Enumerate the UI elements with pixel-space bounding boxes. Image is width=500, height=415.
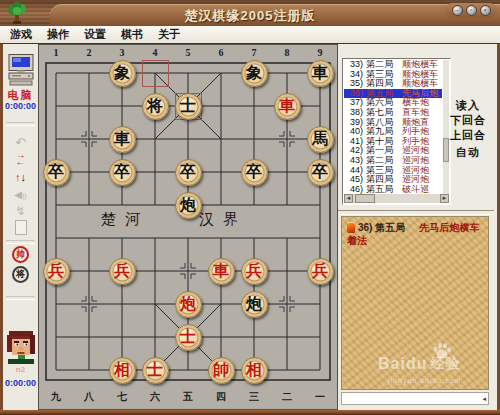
player-avatar: [3, 330, 38, 368]
piece-red-相[interactable]: 相: [241, 357, 268, 384]
note-bar-marker-icon: ◂: [482, 395, 486, 403]
piece-red-兵[interactable]: 兵: [109, 258, 136, 285]
list-item[interactable]: 38)第七局直车炮: [344, 108, 442, 118]
piece-red-兵[interactable]: 兵: [43, 258, 70, 285]
list-item[interactable]: 36)第五局先马后炮: [344, 89, 442, 99]
computer-timer: 0:00:00: [3, 101, 38, 111]
piece-black-卒[interactable]: 卒: [43, 159, 70, 186]
auto-play-button[interactable]: 自动: [456, 145, 480, 160]
piece-black-象[interactable]: 象: [109, 60, 136, 87]
red-king-badge: 帅: [3, 246, 38, 263]
bookmark-icon: [347, 222, 355, 233]
list-item[interactable]: 35)第四局顺炮横车: [344, 79, 442, 89]
piece-black-車[interactable]: 車: [307, 60, 334, 87]
close-button[interactable]: ×: [480, 5, 491, 16]
panel-divider: [338, 210, 494, 215]
piece-black-炮[interactable]: 炮: [241, 291, 268, 318]
scroll-right-arrow-icon[interactable]: ►: [440, 194, 449, 203]
piece-black-将[interactable]: 将: [142, 93, 169, 120]
piece-red-相[interactable]: 相: [109, 357, 136, 384]
game-library-list[interactable]: 33)第二局顺炮横车34)第三局顺炮横车35)第四局顺炮横车36)第五局先马后炮…: [342, 58, 451, 205]
minimize-button[interactable]: –: [452, 5, 463, 16]
piece-red-士[interactable]: 士: [142, 357, 169, 384]
piece-black-卒[interactable]: 卒: [307, 159, 334, 186]
file-labels-bottom: 九八七六五四三二一: [40, 390, 337, 404]
menu-bar: 游戏操作设置棋书关于: [0, 26, 500, 44]
piece-black-車[interactable]: 車: [109, 126, 136, 153]
maximize-button[interactable]: ▫: [466, 5, 477, 16]
swap-icon[interactable]: →←: [3, 151, 38, 167]
xiangqi-board: 123456789 九八七六五四三二一 楚河 汉界 象象車将士車車馬卒卒卒卒卒炮…: [38, 44, 338, 410]
vertical-scrollbar-thumb[interactable]: [443, 138, 449, 162]
piece-red-車[interactable]: 車: [274, 93, 301, 120]
window-controls: –▫×: [445, 3, 497, 18]
list-item[interactable]: 37)第六局横车炮: [344, 98, 442, 108]
sort-icon[interactable]: ↑↓: [3, 168, 38, 184]
vertical-scrollbar[interactable]: [443, 60, 449, 194]
undo-icon[interactable]: ↶: [3, 134, 38, 150]
note-input[interactable]: ◂: [341, 392, 489, 405]
app-window: 楚汉棋缘2005注册版 –▫× 游戏操作设置棋书关于 电脑 0:00:00 ↶→…: [0, 0, 500, 415]
list-item[interactable]: 41)第十局列手炮: [344, 137, 442, 147]
piece-black-炮[interactable]: 炮: [175, 192, 202, 219]
horizontal-scrollbar[interactable]: ◄ ►: [344, 194, 449, 203]
piece-red-車[interactable]: 車: [208, 258, 235, 285]
next-round-button[interactable]: 下回合: [450, 113, 486, 128]
menu-item-操作[interactable]: 操作: [47, 27, 69, 42]
last-move-from-marker: [139, 57, 172, 90]
document-icon[interactable]: [3, 219, 38, 235]
divider: [6, 122, 35, 126]
list-item[interactable]: 40)第九局列手炮: [344, 127, 442, 137]
list-item[interactable]: 33)第二局顺炮横车: [344, 60, 442, 70]
divider: [6, 240, 35, 244]
window-title: 楚汉棋缘2005注册版: [0, 7, 500, 25]
sidebar: 电脑 0:00:00 ↶→←↑↓◀))↯ 帅 将: [0, 44, 38, 410]
list-item[interactable]: 46)第五局破斗巡: [344, 185, 442, 195]
list-item[interactable]: 39)第八局顺炮直: [344, 118, 442, 128]
watermark-url: jingyan.baidu.com: [388, 377, 461, 384]
menu-item-设置[interactable]: 设置: [84, 27, 106, 42]
window-bottom-frame: [0, 410, 500, 415]
piece-black-士[interactable]: 士: [175, 93, 202, 120]
speaker-icon[interactable]: ◀)): [3, 185, 38, 201]
list-item[interactable]: 34)第三局顺炮横车: [344, 70, 442, 80]
piece-black-卒[interactable]: 卒: [109, 159, 136, 186]
list-item[interactable]: 45)第四局巡河炮: [344, 175, 442, 185]
piece-red-炮[interactable]: 炮: [175, 291, 202, 318]
piece-red-兵[interactable]: 兵: [241, 258, 268, 285]
menu-item-关于[interactable]: 关于: [158, 27, 180, 42]
horizontal-scrollbar-thumb[interactable]: [355, 194, 375, 203]
piece-red-兵[interactable]: 兵: [307, 258, 334, 285]
player-name: n2: [3, 365, 38, 374]
menu-item-棋书[interactable]: 棋书: [121, 27, 143, 42]
piece-red-士[interactable]: 士: [175, 324, 202, 351]
book-header-number: 36) 第五局: [358, 222, 405, 233]
piece-black-象[interactable]: 象: [241, 60, 268, 87]
computer-icon: [3, 54, 38, 90]
menu-item-游戏[interactable]: 游戏: [10, 27, 32, 42]
read-in-button[interactable]: 读入: [456, 98, 480, 113]
prev-round-button[interactable]: 上回合: [450, 128, 486, 143]
piece-black-卒[interactable]: 卒: [175, 159, 202, 186]
piece-black-卒[interactable]: 卒: [241, 159, 268, 186]
watermark: Baidu经验 jingyan.baidu.com: [378, 355, 460, 373]
list-item[interactable]: 44)第三局巡河炮: [344, 166, 442, 176]
right-panel: 33)第二局顺炮横车34)第三局顺炮横车35)第四局顺炮横车36)第五局先马后炮…: [338, 44, 500, 410]
board-grid: 象象車将士車車馬卒卒卒卒卒炮兵兵車兵兵炮炮士相士帥相: [40, 57, 337, 387]
paw-icon: [432, 342, 452, 364]
piece-red-帥[interactable]: 帥: [208, 357, 235, 384]
book-text-panel: 36) 第五局先马后炮横车着法 Baidu经验 jingy: [341, 216, 489, 390]
player-timer: 0:00:00: [3, 378, 38, 388]
black-king-badge: 将: [3, 266, 38, 283]
divider: [6, 296, 35, 300]
list-item[interactable]: 43)第二局巡河炮: [344, 156, 442, 166]
piece-black-馬[interactable]: 馬: [307, 126, 334, 153]
lightning-icon[interactable]: ↯: [3, 202, 38, 218]
list-item[interactable]: 42)第一局巡河炮: [344, 146, 442, 156]
scroll-left-arrow-icon[interactable]: ◄: [344, 194, 353, 203]
